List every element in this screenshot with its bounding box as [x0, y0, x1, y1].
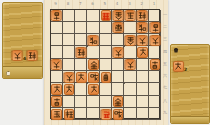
rank-label-7: 七	[162, 86, 168, 90]
file-label-7: 7	[76, 2, 84, 6]
square-1h[interactable]	[149, 96, 161, 108]
gote-L-at-9a[interactable]	[51, 10, 62, 21]
square-7h[interactable]	[75, 96, 87, 108]
sente-K-at-9i[interactable]	[51, 109, 62, 120]
sente-G-at-6e[interactable]	[88, 59, 99, 70]
gote-K-at-3a[interactable]	[125, 10, 136, 21]
square-3g[interactable]	[124, 83, 136, 95]
hand-count: 2	[184, 68, 187, 73]
square-2f[interactable]	[137, 71, 149, 83]
rank-label-9: 九	[162, 111, 168, 115]
sente-N-at-8i[interactable]	[64, 109, 75, 120]
square-8a[interactable]	[63, 10, 75, 22]
file-label-4: 4	[113, 2, 121, 6]
file-label-2: 2	[138, 2, 146, 6]
square-5c[interactable]	[100, 34, 112, 46]
rank-label-1: 一	[162, 13, 168, 17]
square-8b[interactable]	[63, 22, 75, 34]
square-4e[interactable]	[112, 59, 124, 71]
gote-R-at-4b[interactable]	[113, 22, 124, 33]
square-7e[interactable]	[75, 59, 87, 71]
square-5d[interactable]	[100, 46, 112, 58]
square-1i[interactable]	[149, 108, 161, 120]
sente-B-at-5f[interactable]	[101, 72, 112, 83]
sente-L-at-9h[interactable]	[51, 96, 62, 107]
sente-P-at-9g[interactable]	[51, 84, 62, 95]
file-label-1: 1	[150, 2, 158, 6]
rank-label-8: 八	[162, 99, 168, 103]
square-7i[interactable]	[75, 108, 87, 120]
rank-label-2: 二	[162, 25, 168, 29]
square-5g[interactable]	[100, 83, 112, 95]
file-label-6: 6	[89, 2, 97, 6]
gote-piece-N[interactable]	[27, 50, 38, 61]
gote-G-at-4a[interactable]	[113, 10, 124, 21]
square-4f[interactable]	[112, 71, 124, 83]
square-6a[interactable]	[87, 10, 99, 22]
square-2g[interactable]	[137, 83, 149, 95]
gote-S-at-6c[interactable]	[88, 35, 99, 46]
gote-N-at-2a[interactable]	[137, 10, 148, 21]
square-1d[interactable]	[149, 46, 161, 58]
square-9d[interactable]	[51, 46, 63, 58]
sente-piece-stand: 2	[170, 44, 210, 124]
square-9b[interactable]	[51, 22, 63, 34]
sente-promoted-R-at-5a[interactable]	[101, 10, 112, 21]
rank-label-3: 三	[162, 37, 168, 41]
gote-P-at-3e[interactable]	[125, 59, 136, 70]
stand-front-edge	[171, 116, 209, 123]
gote-N-at-7d[interactable]	[76, 47, 87, 58]
gote-P-at-1c[interactable]	[150, 35, 161, 46]
square-1a[interactable]	[149, 10, 161, 22]
gote-S-at-2b[interactable]	[137, 22, 148, 33]
square-1f[interactable]	[149, 71, 161, 83]
square-8h[interactable]	[63, 96, 75, 108]
board-panel: 987654321 一二三四五六七八九	[44, 0, 168, 125]
square-5b[interactable]	[100, 22, 112, 34]
square-2h[interactable]	[137, 96, 149, 108]
gote-P-at-2c[interactable]	[137, 35, 148, 46]
sente-P-at-2d[interactable]	[137, 47, 148, 58]
gote-P-at-4d[interactable]	[113, 47, 124, 58]
gote-P-at-8f[interactable]	[64, 72, 75, 83]
sente-G-at-4h[interactable]	[113, 96, 124, 107]
file-label-3: 3	[125, 2, 133, 6]
square-3i[interactable]	[124, 108, 136, 120]
sente-S-at-4i[interactable]	[113, 109, 124, 120]
square-4g[interactable]	[112, 83, 124, 95]
square-7c[interactable]	[75, 34, 87, 46]
sente-S-at-6f[interactable]	[88, 72, 99, 83]
sente-P-at-6g[interactable]	[88, 84, 99, 95]
square-6h[interactable]	[87, 96, 99, 108]
square-5h[interactable]	[100, 96, 112, 108]
square-6b[interactable]	[87, 22, 99, 34]
shogi-app-screenshot: 4 987654321 一二三四五六七八九 2	[0, 0, 210, 125]
square-1g[interactable]	[149, 83, 161, 95]
shogi-board-grid[interactable]	[50, 9, 161, 120]
square-6i[interactable]	[87, 108, 99, 120]
square-6d[interactable]	[87, 46, 99, 58]
square-2e[interactable]	[137, 59, 149, 71]
square-5e[interactable]	[100, 59, 112, 71]
file-label-5: 5	[101, 2, 109, 6]
square-4c[interactable]	[112, 34, 124, 46]
rank-label-6: 六	[162, 74, 168, 78]
square-8d[interactable]	[63, 46, 75, 58]
gote-P-at-9e[interactable]	[51, 59, 62, 70]
gote-L-at-1b[interactable]	[150, 22, 161, 33]
square-7g[interactable]	[75, 83, 87, 95]
hand-count: 4	[23, 57, 26, 62]
file-label-9: 9	[52, 2, 60, 6]
square-3h[interactable]	[124, 96, 136, 108]
square-8e[interactable]	[63, 59, 75, 71]
sente-marker-icon	[174, 48, 179, 53]
square-3d[interactable]	[124, 46, 136, 58]
gote-piece-P[interactable]	[12, 50, 23, 61]
square-3b[interactable]	[124, 22, 136, 34]
square-9c[interactable]	[51, 34, 63, 46]
gote-piece-stand: 4	[2, 2, 43, 79]
rank-label-5: 五	[162, 62, 168, 66]
sente-piece-P[interactable]	[173, 61, 184, 72]
square-3f[interactable]	[124, 71, 136, 83]
square-9f[interactable]	[51, 71, 63, 83]
file-label-8: 8	[64, 2, 72, 6]
sente-L-at-1e[interactable]	[150, 59, 161, 70]
square-2i[interactable]	[137, 108, 149, 120]
rank-label-4: 四	[162, 50, 168, 54]
square-7a[interactable]	[75, 10, 87, 22]
square-8c[interactable]	[63, 34, 75, 46]
gote-G-at-3c[interactable]	[125, 35, 136, 46]
gote-promoted-B-at-5i[interactable]	[101, 109, 112, 120]
sente-P-at-8g[interactable]	[64, 84, 75, 95]
hoshi-dot	[124, 83, 126, 85]
square-7b[interactable]	[75, 22, 87, 34]
sente-P-at-7f[interactable]	[76, 72, 87, 83]
